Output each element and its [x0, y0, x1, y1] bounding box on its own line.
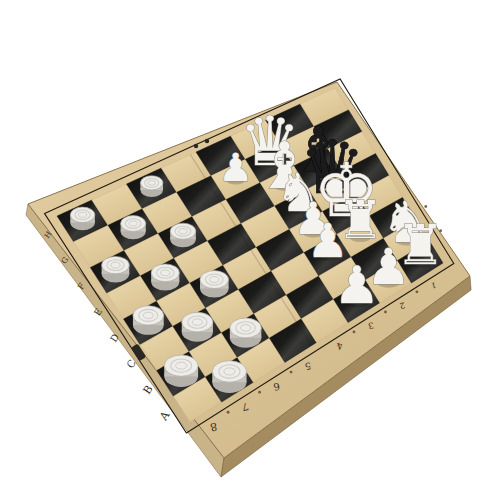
- hinge-icon: [194, 144, 198, 148]
- board-photo: HGFEDCBA87654321♛♝♟♝♛♞♚♟♜♞♟♜♟♟: [0, 0, 500, 500]
- chess-piece-white-pawn: ♟: [333, 255, 379, 315]
- screw-icon: [384, 310, 387, 313]
- screw-icon: [416, 290, 419, 293]
- file-label-A: A: [157, 408, 173, 424]
- checker-disc-B6: [230, 318, 262, 348]
- checker-disc-G7: [121, 216, 146, 240]
- screw-icon: [353, 331, 356, 334]
- chess-piece-white-pawn: ♟: [218, 145, 253, 190]
- svg-text:♟: ♟: [333, 255, 379, 315]
- checker-disc-D8: [133, 306, 164, 335]
- checker-disc-A7: [212, 361, 246, 393]
- checker-disc-F6: [170, 223, 196, 247]
- checker-disc-H8: [70, 207, 95, 230]
- checker-disc-H6: [140, 176, 163, 197]
- checker-disc-E7: [151, 264, 179, 291]
- screw-icon: [258, 391, 261, 394]
- checker-disc-D6: [200, 271, 229, 298]
- board-svg: HGFEDCBA87654321♛♝♟♝♛♞♚♟♜♞♟♜♟♟: [0, 0, 500, 500]
- screw-icon: [227, 411, 230, 414]
- checker-disc-B8: [164, 355, 198, 387]
- hinge-icon: [205, 139, 209, 143]
- screw-icon: [290, 371, 293, 374]
- svg-text:♟: ♟: [218, 145, 253, 190]
- checker-disc-F8: [102, 256, 130, 282]
- checker-disc-C7: [182, 312, 213, 341]
